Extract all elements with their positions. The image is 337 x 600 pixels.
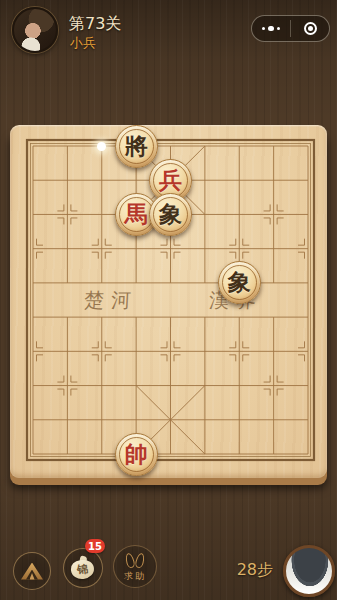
piece-black-象[interactable]: 象	[218, 261, 261, 304]
exit-button[interactable]	[291, 16, 329, 41]
opponent-avatar[interactable]	[283, 545, 335, 597]
help-label: 求助	[124, 570, 146, 583]
more-dots-icon	[268, 26, 274, 32]
exit-target-icon	[304, 22, 317, 35]
piece-black-象[interactable]: 象	[149, 193, 192, 236]
pieces-layer: 將兵馬象象帥	[33, 146, 308, 454]
peak-icon	[21, 563, 43, 580]
steps-counter: 28步	[237, 560, 273, 581]
level-title: 第73关	[69, 14, 121, 35]
more-dots-icon	[277, 27, 281, 31]
app-screen: 第73关 小兵 楚河 漢界 將兵馬象象帥 锦 15 求助 28步	[0, 0, 337, 600]
hint-count-badge: 15	[85, 539, 105, 553]
player-avatar[interactable]	[12, 7, 58, 53]
ask-help-button[interactable]: 求助	[113, 545, 157, 588]
more-button[interactable]	[252, 16, 290, 41]
hint-bag-icon: 锦	[70, 556, 96, 580]
miniprogram-capsule	[251, 15, 330, 42]
stage-subtitle: 小兵	[70, 34, 96, 52]
menu-button[interactable]	[13, 552, 51, 590]
piece-red-帥[interactable]: 帥	[115, 433, 158, 476]
piece-black-將[interactable]: 將	[115, 125, 158, 168]
praying-hands-icon	[123, 553, 147, 569]
more-dots-icon	[262, 27, 266, 31]
hint-bag-button[interactable]: 锦	[63, 548, 103, 588]
bag-character: 锦	[76, 561, 89, 577]
